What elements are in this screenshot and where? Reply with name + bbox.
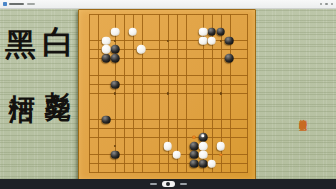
white-stone: [102, 45, 111, 54]
board-grid[interactable]: [89, 14, 248, 173]
black-stone: [111, 80, 120, 89]
black-stone: [111, 45, 120, 54]
bottom-taskbar: [0, 179, 336, 189]
white-stone: [199, 150, 208, 159]
playback-toggle[interactable]: [162, 181, 175, 187]
black-stone: [102, 115, 111, 124]
black-stone: [190, 150, 199, 159]
white-stone: [199, 28, 208, 37]
window-title-placeholder-2: [27, 3, 35, 5]
toggle-knob[interactable]: [166, 182, 170, 186]
white-stone: [128, 28, 137, 37]
white-stone: [199, 36, 208, 45]
white-side-label: 白: [42, 21, 74, 65]
last-move-marker: [202, 134, 205, 137]
white-stone: [164, 142, 173, 151]
app-icon: [3, 2, 7, 6]
black-stone: [208, 28, 217, 37]
star-point: [114, 40, 116, 42]
black-stone: [190, 142, 199, 151]
star-point: [167, 92, 169, 94]
black-stone: [190, 159, 199, 168]
black-stone: [102, 54, 111, 63]
white-stone: [111, 28, 120, 37]
taskbar-right-label: [180, 183, 187, 185]
channel-caption: 徐老师围棋教室: [299, 113, 307, 117]
white-stone: [199, 142, 208, 151]
white-player-name: 彭立尧: [45, 71, 70, 77]
annotation-orange-mark: [219, 153, 222, 156]
annotation-orange-mark: [193, 136, 196, 139]
white-stone: [172, 150, 181, 159]
window-title-placeholder: [9, 3, 24, 5]
black-stone: [216, 28, 225, 37]
window-control-buttons[interactable]: [320, 3, 333, 5]
white-stone: [137, 45, 146, 54]
star-point: [114, 145, 116, 147]
star-point: [167, 40, 169, 42]
white-stone: [216, 142, 225, 151]
star-point: [114, 92, 116, 94]
white-stone: [102, 36, 111, 45]
go-board[interactable]: [78, 9, 256, 182]
black-stone: [199, 159, 208, 168]
black-stone: [111, 150, 120, 159]
black-stone: [225, 36, 234, 45]
white-stone: [208, 36, 217, 45]
white-stone: [208, 159, 217, 168]
star-point: [220, 92, 222, 94]
star-point: [220, 40, 222, 42]
taskbar-left-label: [150, 183, 157, 185]
black-stone: [225, 54, 234, 63]
window-title-bar: [0, 0, 336, 9]
black-stone: [199, 133, 208, 142]
black-stone: [111, 54, 120, 63]
black-side-label: 黑: [5, 24, 36, 66]
black-player-name: 柯洁: [8, 74, 34, 80]
